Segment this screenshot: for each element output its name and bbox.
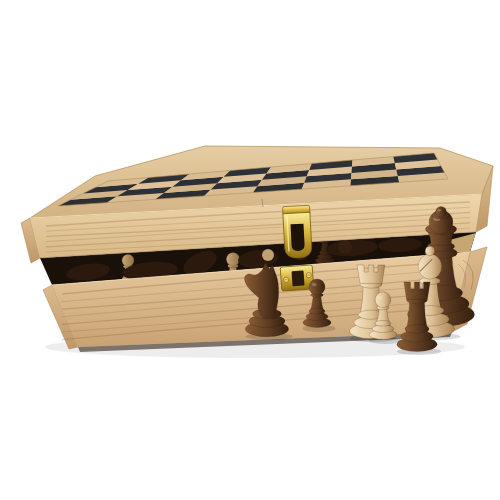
clasp-hasp <box>283 205 313 258</box>
piece-part-disc <box>405 325 429 334</box>
piece-part-ball <box>309 279 325 295</box>
piece-part-crown <box>404 282 430 299</box>
piece-part-ball <box>122 254 134 266</box>
chess-set-product-photo <box>0 0 500 500</box>
brass-clasp <box>280 205 314 291</box>
piece-part-crown <box>357 265 385 283</box>
stored-piece-head <box>338 240 352 254</box>
hasp-opening <box>290 224 304 252</box>
scene-svg <box>0 0 500 500</box>
piece-part-ball <box>375 292 391 308</box>
piece-part-mitre <box>418 254 441 279</box>
piece-part-disc <box>309 308 325 314</box>
stored-piece-head <box>262 249 274 261</box>
piece-gloss <box>437 209 440 211</box>
catch-slot <box>292 271 305 287</box>
piece-part-ball <box>226 253 239 266</box>
piece-gloss <box>378 296 383 299</box>
piece-part-ball <box>436 206 447 217</box>
piece-part-ball <box>425 246 435 256</box>
piece-part-disc <box>375 320 391 326</box>
piece-gloss <box>312 283 317 287</box>
piece-gloss <box>427 248 430 250</box>
